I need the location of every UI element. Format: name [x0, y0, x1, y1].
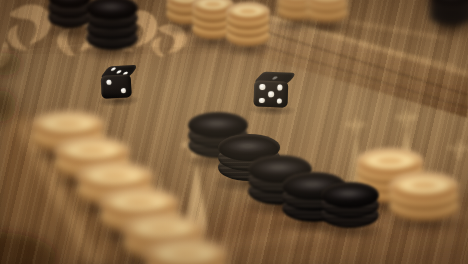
- checker-stack-far-2[interactable]: [86, 0, 138, 56]
- die-front-face: [101, 74, 132, 99]
- die-pip: [116, 70, 122, 73]
- checker-stack-near-13[interactable]: [389, 172, 459, 227]
- die-left[interactable]: [100, 65, 132, 101]
- die-pip: [259, 84, 265, 90]
- die-pip: [107, 80, 112, 85]
- checker-top-face: [144, 239, 228, 264]
- checker-stack-near-11[interactable]: [321, 182, 379, 234]
- die-pip: [277, 85, 283, 91]
- die-pip: [277, 98, 283, 104]
- checker-stack-far-8[interactable]: [429, 0, 468, 32]
- checker-stack-far-7[interactable]: [306, 0, 348, 28]
- die-right[interactable]: [253, 71, 288, 109]
- checker-top-face: [321, 182, 379, 208]
- checker-top-face: [226, 2, 270, 22]
- die-front-face: [253, 80, 288, 107]
- checker-stack-far-5[interactable]: [226, 2, 270, 52]
- die-pip: [272, 76, 279, 79]
- checker-stack-near-6[interactable]: [144, 239, 228, 264]
- backgammon-board-photo: [0, 0, 468, 264]
- die-pip: [268, 91, 274, 97]
- checker-top-face: [389, 172, 459, 201]
- die-pip: [259, 98, 265, 104]
- die-pip: [110, 67, 116, 70]
- checker-top-face: [31, 111, 105, 139]
- die-pip: [120, 88, 125, 93]
- pieces-layer: [0, 0, 468, 264]
